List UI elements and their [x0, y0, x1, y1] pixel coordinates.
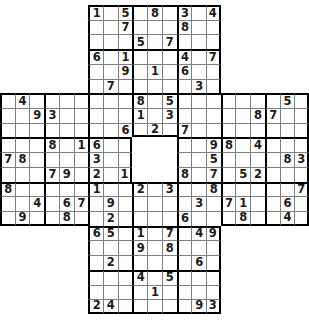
cell-r17c7-given-2[interactable]: 2 [103, 255, 118, 270]
cell-r4c8-given-9[interactable]: 9 [118, 64, 133, 79]
cell-r1c7-empty[interactable] [103, 20, 118, 35]
cell-r14c10-empty[interactable] [147, 211, 162, 226]
cell-r8c1-empty[interactable] [15, 123, 30, 138]
cell-r12c6-given-1[interactable]: 1 [88, 182, 103, 197]
cell-r1c11-empty[interactable] [162, 20, 177, 35]
cell-r7c16-empty[interactable] [235, 108, 250, 123]
cell-r16c12-empty[interactable] [177, 240, 192, 255]
cell-r8c4-empty[interactable] [59, 123, 74, 138]
cell-r17c12-empty[interactable] [177, 255, 192, 270]
cell-r3c7-empty[interactable] [103, 49, 118, 64]
cell-r8c11-empty[interactable] [162, 123, 177, 138]
cell-r8c18-empty[interactable] [265, 123, 280, 138]
cell-r14c13-empty[interactable] [191, 211, 206, 226]
cell-r10c18-empty[interactable] [265, 152, 280, 167]
cell-r7c20-empty[interactable] [294, 108, 309, 123]
cell-r13c0-empty[interactable] [0, 196, 15, 211]
cell-r6c9-given-8[interactable]: 8 [132, 93, 147, 108]
cell-r6c11-given-5[interactable]: 5 [162, 93, 177, 108]
cell-r4c14-empty[interactable] [206, 64, 221, 79]
cell-r11c7-empty[interactable] [103, 167, 118, 182]
cell-r20c6-given-2[interactable]: 2 [88, 299, 103, 314]
cell-r4c13-empty[interactable] [191, 64, 206, 79]
cell-r12c20-given-7[interactable]: 7 [294, 182, 309, 197]
cell-r5c9-empty[interactable] [132, 79, 147, 94]
cell-r12c17-empty[interactable] [250, 182, 265, 197]
cell-r8c6-empty[interactable] [88, 123, 103, 138]
cell-r19c9-empty[interactable] [132, 285, 147, 300]
cell-r9c19-empty[interactable] [280, 137, 295, 152]
cell-r2c13-empty[interactable] [191, 34, 206, 49]
cell-r20c11-empty[interactable] [162, 299, 177, 314]
cell-r12c4-empty[interactable] [59, 182, 74, 197]
cell-r9c4-empty[interactable] [59, 137, 74, 152]
cell-r12c13-empty[interactable] [191, 182, 206, 197]
cell-r8c9-empty[interactable] [132, 123, 147, 138]
cell-r11c6-given-2[interactable]: 2 [88, 167, 103, 182]
cell-r4c7-empty[interactable] [103, 64, 118, 79]
cell-r15c7-given-5[interactable]: 5 [103, 226, 118, 241]
cell-r10c6-given-3[interactable]: 3 [88, 152, 103, 167]
cell-r8c16-empty[interactable] [235, 123, 250, 138]
cell-r0c14-given-4[interactable]: 4 [206, 5, 221, 20]
cell-r18c8-empty[interactable] [118, 270, 133, 285]
cell-r10c15-empty[interactable] [221, 152, 236, 167]
cell-r4c12-given-6[interactable]: 6 [177, 64, 192, 79]
cell-r6c18-empty[interactable] [265, 93, 280, 108]
void-space [250, 20, 265, 35]
cell-r2c6-empty[interactable] [88, 34, 103, 49]
cell-r14c18-empty[interactable] [265, 211, 280, 226]
cell-r14c14-empty[interactable] [206, 211, 221, 226]
cell-r18c11-given-5[interactable]: 5 [162, 270, 177, 285]
cell-r11c5-empty[interactable] [74, 167, 89, 182]
cell-r20c9-empty[interactable] [132, 299, 147, 314]
cell-r8c10-given-2[interactable]: 2 [147, 123, 162, 138]
cell-r19c8-empty[interactable] [118, 285, 133, 300]
cell-r7c0-empty[interactable] [0, 108, 15, 123]
cell-r6c0-empty[interactable] [0, 93, 15, 108]
cell-r8c17-empty[interactable] [250, 123, 265, 138]
cell-r6c12-empty[interactable] [177, 93, 192, 108]
cell-r13c8-empty[interactable] [118, 196, 133, 211]
cell-r10c7-empty[interactable] [103, 152, 118, 167]
void-space [15, 270, 30, 285]
cell-r14c17-empty[interactable] [250, 211, 265, 226]
cell-r7c12-empty[interactable] [177, 108, 192, 123]
cell-r14c16-given-8[interactable]: 8 [235, 211, 250, 226]
void-space [0, 64, 15, 79]
cell-r16c10-empty[interactable] [147, 240, 162, 255]
cell-r7c17-given-8[interactable]: 8 [250, 108, 265, 123]
cell-r12c5-empty[interactable] [74, 182, 89, 197]
cell-r17c10-empty[interactable] [147, 255, 162, 270]
cell-r0c6-given-1[interactable]: 1 [88, 5, 103, 20]
cell-r13c5-given-7[interactable]: 7 [74, 196, 89, 211]
cell-r8c0-empty[interactable] [0, 123, 15, 138]
cell-r15c11-given-7[interactable]: 7 [162, 226, 177, 241]
cell-r11c14-given-7[interactable]: 7 [206, 167, 221, 182]
cell-r9c17-given-4[interactable]: 4 [250, 137, 265, 152]
cell-r9c6-given-6[interactable]: 6 [88, 137, 103, 152]
cell-r9c14-given-9[interactable]: 9 [206, 137, 221, 152]
cell-r3c9-empty[interactable] [132, 49, 147, 64]
cell-r12c12-empty[interactable] [177, 182, 192, 197]
cell-r11c2-empty[interactable] [29, 167, 44, 182]
cell-r9c18-empty[interactable] [265, 137, 280, 152]
cell-r4c11-empty[interactable] [162, 64, 177, 79]
cell-r14c6-empty[interactable] [88, 211, 103, 226]
cell-r20c10-empty[interactable] [147, 299, 162, 314]
cell-r0c9-empty[interactable] [132, 5, 147, 20]
cell-r3c13-empty[interactable] [191, 49, 206, 64]
cell-r8c5-empty[interactable] [74, 123, 89, 138]
cell-r9c15-given-8[interactable]: 8 [221, 137, 236, 152]
void-space [265, 270, 280, 285]
cell-r5c8-empty[interactable] [118, 79, 133, 94]
cell-r18c14-empty[interactable] [206, 270, 221, 285]
cell-r10c3-empty[interactable] [44, 152, 59, 167]
cell-r12c19-empty[interactable] [280, 182, 295, 197]
cell-r10c4-empty[interactable] [59, 152, 74, 167]
cell-r12c15-empty[interactable] [221, 182, 236, 197]
cell-r20c8-empty[interactable] [118, 299, 133, 314]
cell-r10c2-empty[interactable] [29, 152, 44, 167]
cell-r11c3-given-7[interactable]: 7 [44, 167, 59, 182]
cell-r10c14-given-5[interactable]: 5 [206, 152, 221, 167]
cell-r9c13-empty[interactable] [191, 137, 206, 152]
cell-r13c6-empty[interactable] [88, 196, 103, 211]
cell-r10c17-empty[interactable] [250, 152, 265, 167]
cell-r2c7-empty[interactable] [103, 34, 118, 49]
cell-r2c10-empty[interactable] [147, 34, 162, 49]
cell-r17c6-empty[interactable] [88, 255, 103, 270]
cell-r19c14-empty[interactable] [206, 285, 221, 300]
cell-r12c7-empty[interactable] [103, 182, 118, 197]
cell-r14c15-empty[interactable] [221, 211, 236, 226]
cell-r13c1-empty[interactable] [15, 196, 30, 211]
cell-r7c9-given-1[interactable]: 1 [132, 108, 147, 123]
cell-r8c8-given-6[interactable]: 6 [118, 123, 133, 138]
cell-r6c7-empty[interactable] [103, 93, 118, 108]
cell-r12c9-given-2[interactable]: 2 [132, 182, 147, 197]
cell-r18c7-empty[interactable] [103, 270, 118, 285]
cell-r8c13-empty[interactable] [191, 123, 206, 138]
cell-r10c1-given-8[interactable]: 8 [15, 152, 30, 167]
cell-r20c12-empty[interactable] [177, 299, 192, 314]
cell-r5c13-given-3[interactable]: 3 [191, 79, 206, 94]
cell-r0c12-given-3[interactable]: 3 [177, 5, 192, 20]
cell-r11c16-given-5[interactable]: 5 [235, 167, 250, 182]
cell-r14c11-empty[interactable] [162, 211, 177, 226]
cell-r10c20-given-3[interactable]: 3 [294, 152, 309, 167]
cell-r10c5-empty[interactable] [74, 152, 89, 167]
cell-r11c1-empty[interactable] [15, 167, 30, 182]
cell-r1c9-empty[interactable] [132, 20, 147, 35]
cell-r16c11-given-8[interactable]: 8 [162, 240, 177, 255]
cell-r11c20-empty[interactable] [294, 167, 309, 182]
cell-r10c12-empty[interactable] [177, 152, 192, 167]
cell-r0c7-empty[interactable] [103, 5, 118, 20]
cell-r5c7-given-7[interactable]: 7 [103, 79, 118, 94]
cell-r5c14-empty[interactable] [206, 79, 221, 94]
cell-r12c0-given-8[interactable]: 8 [0, 182, 15, 197]
cell-r7c7-empty[interactable] [103, 108, 118, 123]
cell-r7c8-empty[interactable] [118, 108, 133, 123]
cell-r3c12-given-4[interactable]: 4 [177, 49, 192, 64]
cell-r7c1-empty[interactable] [15, 108, 30, 123]
cell-r14c0-empty[interactable] [0, 211, 15, 226]
cell-r5c10-empty[interactable] [147, 79, 162, 94]
cell-r20c13-given-9[interactable]: 9 [191, 299, 206, 314]
void-space [235, 299, 250, 314]
cell-r6c10-empty[interactable] [147, 93, 162, 108]
cell-r6c2-empty[interactable] [29, 93, 44, 108]
cell-r0c8-given-5[interactable]: 5 [118, 5, 133, 20]
cell-r6c16-empty[interactable] [235, 93, 250, 108]
cell-r0c13-empty[interactable] [191, 5, 206, 20]
cell-r1c13-empty[interactable] [191, 20, 206, 35]
cell-r7c19-empty[interactable] [280, 108, 295, 123]
cell-r6c20-empty[interactable] [294, 93, 309, 108]
cell-r3c14-given-7[interactable]: 7 [206, 49, 221, 64]
cell-r18c6-empty[interactable] [88, 270, 103, 285]
cell-r6c6-empty[interactable] [88, 93, 103, 108]
cell-r16c6-empty[interactable] [88, 240, 103, 255]
cell-r9c2-empty[interactable] [29, 137, 44, 152]
cell-r13c9-empty[interactable] [132, 196, 147, 211]
cell-r19c12-empty[interactable] [177, 285, 192, 300]
cell-r6c4-empty[interactable] [59, 93, 74, 108]
void-space [59, 34, 74, 49]
cell-r12c11-given-3[interactable]: 3 [162, 182, 177, 197]
cell-r1c10-empty[interactable] [147, 20, 162, 35]
void-space [132, 137, 147, 152]
cell-r9c5-given-1[interactable]: 1 [74, 137, 89, 152]
cell-r6c14-empty[interactable] [206, 93, 221, 108]
cell-r6c19-given-5[interactable]: 5 [280, 93, 295, 108]
cell-r11c15-empty[interactable] [221, 167, 236, 182]
cell-r8c19-empty[interactable] [280, 123, 295, 138]
cell-r10c16-empty[interactable] [235, 152, 250, 167]
cell-r5c6-empty[interactable] [88, 79, 103, 94]
cell-r7c15-empty[interactable] [221, 108, 236, 123]
cell-r10c8-empty[interactable] [118, 152, 133, 167]
cell-r4c9-empty[interactable] [132, 64, 147, 79]
cell-r13c14-empty[interactable] [206, 196, 221, 211]
cell-r17c11-empty[interactable] [162, 255, 177, 270]
cell-r2c12-empty[interactable] [177, 34, 192, 49]
cell-r5c11-empty[interactable] [162, 79, 177, 94]
cell-r12c3-empty[interactable] [44, 182, 59, 197]
cell-r6c17-empty[interactable] [250, 93, 265, 108]
void-space [44, 226, 59, 241]
cell-r13c10-empty[interactable] [147, 196, 162, 211]
cell-r14c4-given-8[interactable]: 8 [59, 211, 74, 226]
cell-r9c20-empty[interactable] [294, 137, 309, 152]
cell-r20c14-given-3[interactable]: 3 [206, 299, 221, 314]
void-space [162, 152, 177, 167]
cell-r2c9-given-5[interactable]: 5 [132, 34, 147, 49]
cell-r6c13-empty[interactable] [191, 93, 206, 108]
cell-r0c11-empty[interactable] [162, 5, 177, 20]
cell-r14c3-empty[interactable] [44, 211, 59, 226]
cell-r9c3-given-8[interactable]: 8 [44, 137, 59, 152]
cell-r19c7-empty[interactable] [103, 285, 118, 300]
cell-r10c19-given-8[interactable]: 8 [280, 152, 295, 167]
cell-r12c18-empty[interactable] [265, 182, 280, 197]
cell-r8c2-empty[interactable] [29, 123, 44, 138]
cell-r19c11-empty[interactable] [162, 285, 177, 300]
cell-r16c7-empty[interactable] [103, 240, 118, 255]
cell-r12c10-empty[interactable] [147, 182, 162, 197]
cell-r14c7-given-2[interactable]: 2 [103, 211, 118, 226]
cell-r13c3-empty[interactable] [44, 196, 59, 211]
cell-r0c10-given-8[interactable]: 8 [147, 5, 162, 20]
cell-r11c4-given-9[interactable]: 9 [59, 167, 74, 182]
cell-r11c8-given-1[interactable]: 1 [118, 167, 133, 182]
cell-r15c14-given-9[interactable]: 9 [206, 226, 221, 241]
cell-r14c5-empty[interactable] [74, 211, 89, 226]
cell-r11c19-empty[interactable] [280, 167, 295, 182]
cell-r13c16-given-1[interactable]: 1 [235, 196, 250, 211]
cell-r12c1-empty[interactable] [15, 182, 30, 197]
void-space [235, 270, 250, 285]
cell-r3c6-given-6[interactable]: 6 [88, 49, 103, 64]
cell-r17c13-given-6[interactable]: 6 [191, 255, 206, 270]
cell-r14c1-given-9[interactable]: 9 [15, 211, 30, 226]
cell-r13c19-given-6[interactable]: 6 [280, 196, 295, 211]
cell-r13c11-empty[interactable] [162, 196, 177, 211]
cell-r7c2-given-9[interactable]: 9 [29, 108, 44, 123]
cell-r13c17-empty[interactable] [250, 196, 265, 211]
cell-r13c4-given-6[interactable]: 6 [59, 196, 74, 211]
cell-r16c14-empty[interactable] [206, 240, 221, 255]
cell-r7c4-empty[interactable] [59, 108, 74, 123]
cell-r16c13-empty[interactable] [191, 240, 206, 255]
cell-r2c14-empty[interactable] [206, 34, 221, 49]
cell-r9c7-empty[interactable] [103, 137, 118, 152]
cell-r8c15-empty[interactable] [221, 123, 236, 138]
cell-r13c2-given-4[interactable]: 4 [29, 196, 44, 211]
cell-r10c0-given-7[interactable]: 7 [0, 152, 15, 167]
cell-r14c2-empty[interactable] [29, 211, 44, 226]
cell-r7c11-given-3[interactable]: 3 [162, 108, 177, 123]
cell-r19c6-empty[interactable] [88, 285, 103, 300]
cell-r9c12-empty[interactable] [177, 137, 192, 152]
cell-r7c18-given-7[interactable]: 7 [265, 108, 280, 123]
cell-r13c13-given-3[interactable]: 3 [191, 196, 206, 211]
cell-r9c0-empty[interactable] [0, 137, 15, 152]
cell-r18c13-empty[interactable] [191, 270, 206, 285]
cell-r15c12-empty[interactable] [177, 226, 192, 241]
cell-r20c7-given-4[interactable]: 4 [103, 299, 118, 314]
cell-r17c14-empty[interactable] [206, 255, 221, 270]
cell-r15c6-given-6[interactable]: 6 [88, 226, 103, 241]
cell-r14c9-empty[interactable] [132, 211, 147, 226]
cell-r8c3-empty[interactable] [44, 123, 59, 138]
cell-r11c0-empty[interactable] [0, 167, 15, 182]
cell-r8c14-empty[interactable] [206, 123, 221, 138]
cell-r8c20-empty[interactable] [294, 123, 309, 138]
cell-r1c8-given-7[interactable]: 7 [118, 20, 133, 35]
cell-r10c13-empty[interactable] [191, 152, 206, 167]
cell-r17c9-empty[interactable] [132, 255, 147, 270]
cell-r19c13-empty[interactable] [191, 285, 206, 300]
void-space [59, 255, 74, 270]
cell-r15c9-given-1[interactable]: 1 [132, 226, 147, 241]
cell-r6c15-empty[interactable] [221, 93, 236, 108]
cell-r5c12-empty[interactable] [177, 79, 192, 94]
cell-r8c7-empty[interactable] [103, 123, 118, 138]
cell-r19c10-given-1[interactable]: 1 [147, 285, 162, 300]
cell-r7c3-given-3[interactable]: 3 [44, 108, 59, 123]
cell-r4c10-given-1[interactable]: 1 [147, 64, 162, 79]
cell-r17c8-empty[interactable] [118, 255, 133, 270]
cell-r13c18-empty[interactable] [265, 196, 280, 211]
cell-r12c2-empty[interactable] [29, 182, 44, 197]
cell-r13c20-empty[interactable] [294, 196, 309, 211]
cell-r7c13-empty[interactable] [191, 108, 206, 123]
cell-r7c14-empty[interactable] [206, 108, 221, 123]
cell-r6c1-given-4[interactable]: 4 [15, 93, 30, 108]
cell-r9c16-empty[interactable] [235, 137, 250, 152]
cell-r15c13-given-4[interactable]: 4 [191, 226, 206, 241]
cell-r11c12-given-8[interactable]: 8 [177, 167, 192, 182]
cell-r3c10-empty[interactable] [147, 49, 162, 64]
cell-r7c6-empty[interactable] [88, 108, 103, 123]
cell-r6c5-empty[interactable] [74, 93, 89, 108]
cell-r18c12-empty[interactable] [177, 270, 192, 285]
cell-r16c9-given-9[interactable]: 9 [132, 240, 147, 255]
cell-r4c6-empty[interactable] [88, 64, 103, 79]
cell-r15c8-empty[interactable] [118, 226, 133, 241]
cell-r9c8-empty[interactable] [118, 137, 133, 152]
cell-r15c10-empty[interactable] [147, 226, 162, 241]
cell-r14c20-empty[interactable] [294, 211, 309, 226]
cell-r16c8-empty[interactable] [118, 240, 133, 255]
cell-r11c18-empty[interactable] [265, 167, 280, 182]
cell-r12c16-empty[interactable] [235, 182, 250, 197]
cell-r14c19-given-4[interactable]: 4 [280, 211, 295, 226]
cell-r6c8-empty[interactable] [118, 93, 133, 108]
cell-r13c7-given-9[interactable]: 9 [103, 196, 118, 211]
cell-r1c14-empty[interactable] [206, 20, 221, 35]
cell-r18c10-empty[interactable] [147, 270, 162, 285]
cell-r1c6-empty[interactable] [88, 20, 103, 35]
cell-r8c12-given-7[interactable]: 7 [177, 123, 192, 138]
cell-r12c14-given-8[interactable]: 8 [206, 182, 221, 197]
cell-r14c8-empty[interactable] [118, 211, 133, 226]
cell-r18c9-given-4[interactable]: 4 [132, 270, 147, 285]
cell-r11c17-given-2[interactable]: 2 [250, 167, 265, 182]
cell-r6c3-empty[interactable] [44, 93, 59, 108]
cell-r3c8-given-1[interactable]: 1 [118, 49, 133, 64]
cell-r7c5-empty[interactable] [74, 108, 89, 123]
cell-r11c13-empty[interactable] [191, 167, 206, 182]
cell-r13c15-given-7[interactable]: 7 [221, 196, 236, 211]
cell-r2c11-given-7[interactable]: 7 [162, 34, 177, 49]
cell-r7c10-empty[interactable] [147, 108, 162, 123]
cell-r3c11-empty[interactable] [162, 49, 177, 64]
cell-r14c12-given-6[interactable]: 6 [177, 211, 192, 226]
cell-r9c1-empty[interactable] [15, 137, 30, 152]
cell-r12c8-empty[interactable] [118, 182, 133, 197]
cell-r1c12-given-8[interactable]: 8 [177, 20, 192, 35]
cell-r13c12-empty[interactable] [177, 196, 192, 211]
cell-r2c8-empty[interactable] [118, 34, 133, 49]
void-space [74, 285, 89, 300]
